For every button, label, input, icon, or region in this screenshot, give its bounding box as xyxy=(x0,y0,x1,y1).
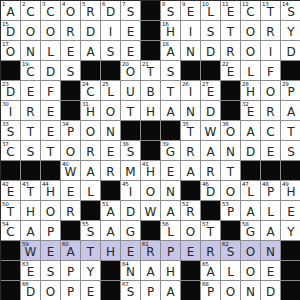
grid-cell[interactable]: 39G xyxy=(161,141,181,161)
grid-cell[interactable]: 65A xyxy=(201,261,221,281)
grid-cell[interactable]: 14S xyxy=(281,1,300,21)
grid-cell[interactable]: A xyxy=(101,221,121,241)
cell-letter: C xyxy=(21,6,40,19)
grid-cell[interactable]: L xyxy=(41,41,61,61)
grid-cell[interactable]: E xyxy=(61,41,81,61)
cell-letter: N xyxy=(161,186,180,199)
cell-letter: C xyxy=(261,126,280,139)
grid-cell[interactable]: 42E xyxy=(1,181,21,201)
grid-cell[interactable]: T xyxy=(161,81,181,101)
grid-cell[interactable]: 31H xyxy=(81,101,101,121)
grid-cell[interactable]: D xyxy=(261,281,281,300)
grid-cell[interactable]: O xyxy=(241,41,261,61)
grid-cell[interactable]: 68P xyxy=(201,281,221,300)
grid-cell[interactable]: N xyxy=(241,281,261,300)
grid-cell[interactable]: P xyxy=(61,261,81,281)
cell-letter: S xyxy=(221,246,240,259)
grid-cell[interactable]: 2C xyxy=(21,1,41,21)
grid-cell[interactable]: T xyxy=(221,21,241,41)
cell-letter: G xyxy=(241,226,260,239)
grid-cell[interactable]: A xyxy=(201,141,221,161)
cell-letter: S xyxy=(61,66,80,79)
black-cell xyxy=(161,121,181,141)
cell-letter: A xyxy=(141,266,160,279)
cell-letter: W xyxy=(201,126,220,139)
cell-letter: O xyxy=(1,46,20,59)
grid-cell[interactable]: E xyxy=(61,181,81,201)
grid-cell[interactable]: 19C xyxy=(21,61,41,81)
grid-cell[interactable]: P xyxy=(141,281,161,300)
cell-letter: R xyxy=(101,166,120,179)
cell-letter: O xyxy=(181,226,200,239)
grid-cell[interactable]: R xyxy=(61,21,81,41)
cell-letter: O xyxy=(221,126,240,139)
grid-cell[interactable]: Y xyxy=(81,261,101,281)
grid-cell[interactable]: R xyxy=(101,161,121,181)
cell-letter: R xyxy=(21,106,40,119)
grid-cell[interactable]: 48P xyxy=(261,181,281,201)
black-cell xyxy=(141,41,161,61)
grid-cell[interactable]: A xyxy=(81,41,101,61)
grid-cell[interactable]: D xyxy=(81,21,101,41)
grid-cell[interactable]: 15D xyxy=(1,21,21,41)
cell-letter: D xyxy=(1,26,20,39)
cell-letter: T xyxy=(121,106,140,119)
grid-cell[interactable]: 16H xyxy=(161,21,181,41)
grid-cell[interactable]: W xyxy=(141,201,161,221)
grid-cell[interactable]: S xyxy=(201,21,221,41)
highlighted-theme-cell[interactable]: H xyxy=(101,241,121,261)
grid-cell[interactable]: 55S xyxy=(81,221,101,241)
grid-cell[interactable]: 21T xyxy=(141,61,161,81)
grid-cell[interactable]: 43T xyxy=(21,181,41,201)
grid-cell[interactable]: 17O xyxy=(1,41,21,61)
cell-letter: A xyxy=(161,106,180,119)
grid-cell[interactable]: 24C xyxy=(81,81,101,101)
cell-letter: O xyxy=(241,246,260,259)
grid-cell[interactable]: 28H xyxy=(241,81,261,101)
grid-cell[interactable]: L xyxy=(261,201,281,221)
grid-cell[interactable]: 4O xyxy=(61,1,81,21)
cell-letter: T xyxy=(281,126,300,139)
cell-letter: S xyxy=(81,226,100,239)
cell-letter: H xyxy=(241,86,260,99)
cell-letter: R xyxy=(201,166,220,179)
cell-letter: N xyxy=(21,46,40,59)
cell-letter: T xyxy=(1,206,20,219)
grid-cell[interactable]: 34P xyxy=(61,121,81,141)
cell-letter: O xyxy=(81,126,100,139)
grid-cell[interactable]: S xyxy=(281,141,300,161)
black-cell xyxy=(181,281,201,300)
grid-cell[interactable]: O xyxy=(41,281,61,300)
grid-cell[interactable]: T xyxy=(221,161,241,181)
black-cell xyxy=(281,241,300,261)
cell-letter: H xyxy=(161,266,180,279)
cell-letter: E xyxy=(201,86,220,99)
cell-letter: R xyxy=(61,206,80,219)
grid-cell[interactable]: A xyxy=(241,121,261,141)
grid-cell[interactable]: N xyxy=(221,141,241,161)
grid-cell[interactable]: E xyxy=(41,121,61,141)
cell-letter: C xyxy=(21,66,40,79)
cell-letter: E xyxy=(81,286,100,299)
grid-cell[interactable]: A xyxy=(181,161,201,181)
cell-letter: I xyxy=(181,26,200,39)
cell-letter: R xyxy=(81,146,100,159)
cell-letter: E xyxy=(41,126,60,139)
grid-cell[interactable]: 1A xyxy=(1,1,21,21)
highlighted-theme-cell[interactable]: O xyxy=(241,241,261,261)
highlighted-theme-cell[interactable]: T xyxy=(81,241,101,261)
grid-cell[interactable]: Y xyxy=(281,21,300,41)
grid-cell[interactable]: 36O xyxy=(221,121,241,141)
black-cell xyxy=(1,261,21,281)
cell-letter: O xyxy=(41,286,60,299)
grid-cell[interactable]: N xyxy=(181,41,201,61)
grid-cell[interactable]: R xyxy=(221,41,241,61)
cell-letter: S xyxy=(121,286,140,299)
grid-cell[interactable]: 56L xyxy=(161,221,181,241)
grid-cell[interactable]: 29P xyxy=(281,81,300,101)
cell-letter: A xyxy=(81,166,100,179)
highlighted-theme-cell[interactable]: 62S xyxy=(221,241,241,261)
black-cell xyxy=(181,181,201,201)
grid-cell[interactable]: O xyxy=(221,281,241,300)
grid-cell[interactable]: S xyxy=(101,41,121,61)
cell-letter: L xyxy=(241,66,260,79)
grid-cell[interactable]: R xyxy=(81,141,101,161)
cell-letter: R xyxy=(61,26,80,39)
grid-cell[interactable]: 7S xyxy=(121,1,141,21)
cell-letter: F xyxy=(41,86,60,99)
grid-cell[interactable]: 64N xyxy=(121,261,141,281)
cell-letter: O xyxy=(241,46,260,59)
grid-cell[interactable]: S xyxy=(161,61,181,81)
cell-letter: L xyxy=(101,86,120,99)
grid-cell[interactable]: H xyxy=(141,101,161,121)
grid-cell[interactable]: N xyxy=(161,181,181,201)
grid-cell[interactable]: N xyxy=(101,121,121,141)
cell-letter: Y xyxy=(281,226,300,239)
grid-cell[interactable]: O xyxy=(221,181,241,201)
cell-letter: F xyxy=(261,66,280,79)
grid-cell[interactable]: A xyxy=(261,221,281,241)
grid-cell[interactable]: 13T xyxy=(261,1,281,21)
cell-letter: H xyxy=(281,186,300,199)
grid-cell[interactable]: S xyxy=(61,61,81,81)
cell-letter: W xyxy=(61,166,80,179)
grid-cell[interactable]: C xyxy=(261,121,281,141)
black-cell xyxy=(61,101,81,121)
cell-letter: W xyxy=(141,206,160,219)
grid-cell[interactable]: L xyxy=(221,261,241,281)
highlighted-theme-cell[interactable]: N xyxy=(261,241,281,261)
cell-letter: R xyxy=(261,106,280,119)
grid-cell[interactable]: I xyxy=(181,21,201,41)
grid-cell[interactable]: 58G xyxy=(241,221,261,241)
grid-cell[interactable]: H xyxy=(21,201,41,221)
highlighted-theme-cell[interactable]: 60A xyxy=(61,241,81,261)
grid-cell[interactable]: I xyxy=(101,21,121,41)
cell-letter: S xyxy=(281,6,300,19)
grid-cell[interactable]: O xyxy=(41,201,61,221)
cell-letter: D xyxy=(201,46,220,59)
grid-cell[interactable]: 57T xyxy=(201,221,221,241)
cell-letter: S xyxy=(21,146,40,159)
grid-cell[interactable]: A xyxy=(281,101,300,121)
grid-cell[interactable]: M xyxy=(121,161,141,181)
grid-cell[interactable]: 18A xyxy=(161,41,181,61)
grid-cell[interactable]: 26I xyxy=(181,81,201,101)
grid-cell[interactable]: A xyxy=(241,201,261,221)
grid-cell[interactable]: T xyxy=(281,121,300,141)
grid-cell[interactable]: O xyxy=(41,21,61,41)
grid-cell[interactable]: 20O xyxy=(121,61,141,81)
cell-letter: N xyxy=(221,146,240,159)
grid-cell[interactable]: 44H xyxy=(41,181,61,201)
grid-cell[interactable]: S xyxy=(41,261,61,281)
black-cell xyxy=(201,61,221,81)
cell-letter: S xyxy=(121,6,140,19)
grid-cell[interactable]: A xyxy=(161,101,181,121)
grid-cell[interactable]: A xyxy=(21,221,41,241)
grid-cell[interactable]: D xyxy=(201,101,221,121)
grid-cell[interactable]: A xyxy=(161,281,181,300)
grid-cell[interactable]: 12C xyxy=(241,1,261,21)
grid-cell[interactable]: N xyxy=(21,41,41,61)
cell-letter: C xyxy=(241,6,260,19)
grid-cell[interactable]: 35T xyxy=(181,121,201,141)
highlighted-theme-cell[interactable]: R xyxy=(201,241,221,261)
grid-cell[interactable]: E xyxy=(161,161,181,181)
cell-letter: D xyxy=(201,106,220,119)
cell-letter: E xyxy=(161,166,180,179)
grid-cell[interactable]: R xyxy=(181,141,201,161)
cell-letter: H xyxy=(141,166,160,179)
grid-cell[interactable]: A xyxy=(141,261,161,281)
grid-cell[interactable]: 27E xyxy=(201,81,221,101)
black-cell xyxy=(41,161,61,181)
grid-cell[interactable]: 6D xyxy=(101,1,121,21)
cell-letter: H xyxy=(81,106,100,119)
cell-letter: N xyxy=(261,246,280,259)
cell-letter: E xyxy=(61,46,80,59)
grid-cell[interactable]: N xyxy=(181,101,201,121)
highlighted-theme-cell[interactable]: E xyxy=(121,241,141,261)
grid-cell[interactable]: 32E xyxy=(241,101,261,121)
cell-letter: L xyxy=(261,206,280,219)
grid-cell[interactable]: E xyxy=(81,281,101,300)
black-cell xyxy=(141,121,161,141)
grid-cell[interactable]: R xyxy=(61,201,81,221)
grid-cell[interactable]: 33S xyxy=(1,121,21,141)
highlighted-theme-cell[interactable]: 61R xyxy=(141,241,161,261)
cell-letter: N xyxy=(101,126,120,139)
cell-letter: T xyxy=(201,226,220,239)
grid-cell[interactable]: R xyxy=(261,101,281,121)
black-cell xyxy=(221,101,241,121)
cell-letter: O xyxy=(61,146,80,159)
grid-cell[interactable]: P xyxy=(61,281,81,300)
grid-cell[interactable]: O xyxy=(261,81,281,101)
grid-cell[interactable]: 50T xyxy=(1,201,21,221)
cell-letter: P xyxy=(281,86,300,99)
grid-cell[interactable]: 45I xyxy=(121,181,141,201)
cell-letter: P xyxy=(61,266,80,279)
grid-cell[interactable]: R xyxy=(261,21,281,41)
cell-letter: M xyxy=(121,166,140,179)
cell-letter: E xyxy=(41,246,60,259)
grid-cell[interactable]: 53P xyxy=(221,201,241,221)
grid-cell[interactable]: P xyxy=(41,221,61,241)
grid-cell[interactable]: L xyxy=(241,61,261,81)
grid-cell[interactable]: 25L xyxy=(101,81,121,101)
cell-letter: U xyxy=(121,86,140,99)
grid-cell[interactable]: E xyxy=(281,201,300,221)
grid-cell[interactable]: E xyxy=(121,21,141,41)
grid-cell[interactable]: E xyxy=(21,81,41,101)
highlighted-theme-cell[interactable]: E xyxy=(41,241,61,261)
grid-cell[interactable]: A xyxy=(81,161,101,181)
grid-cell[interactable]: 52R xyxy=(181,201,201,221)
grid-cell[interactable]: F xyxy=(261,61,281,81)
grid-cell[interactable]: E xyxy=(261,261,281,281)
black-cell xyxy=(1,161,21,181)
black-cell xyxy=(61,221,81,241)
grid-cell[interactable]: D xyxy=(281,41,300,61)
grid-cell[interactable]: B xyxy=(141,81,161,101)
grid-cell[interactable]: R xyxy=(21,101,41,121)
cell-letter: O xyxy=(261,86,280,99)
cell-letter: D xyxy=(41,66,60,79)
grid-cell[interactable]: 66D xyxy=(21,281,41,300)
highlighted-theme-cell[interactable]: E xyxy=(181,241,201,261)
grid-cell[interactable]: 8S xyxy=(161,1,181,21)
grid-cell[interactable]: 22E xyxy=(221,61,241,81)
grid-cell[interactable]: O xyxy=(181,221,201,241)
grid-cell[interactable]: E xyxy=(121,41,141,61)
grid-cell[interactable]: E xyxy=(261,141,281,161)
grid-cell[interactable]: O xyxy=(241,21,261,41)
cell-letter: O xyxy=(241,26,260,39)
black-cell xyxy=(261,161,281,181)
cell-letter: E xyxy=(181,6,200,19)
black-cell xyxy=(201,201,221,221)
grid-cell[interactable]: T xyxy=(41,141,61,161)
cell-letter: W xyxy=(21,246,40,259)
grid-cell[interactable]: T xyxy=(121,101,141,121)
cell-letter: A xyxy=(61,246,80,259)
grid-cell[interactable]: 38S xyxy=(121,141,141,161)
grid-cell[interactable]: E xyxy=(101,141,121,161)
grid-cell[interactable]: O xyxy=(21,21,41,41)
cell-letter: D xyxy=(21,286,40,299)
cell-letter: I xyxy=(261,46,280,59)
grid-cell[interactable]: D xyxy=(241,141,261,161)
grid-cell[interactable]: 54C xyxy=(1,221,21,241)
grid-cell[interactable]: 30I xyxy=(1,101,21,121)
grid-cell[interactable]: 41H xyxy=(141,161,161,181)
grid-cell[interactable]: I xyxy=(261,41,281,61)
grid-cell[interactable]: 40W xyxy=(61,161,81,181)
cell-letter: A xyxy=(81,46,100,59)
cell-letter: A xyxy=(161,46,180,59)
cell-letter: R xyxy=(261,26,280,39)
black-cell xyxy=(101,261,121,281)
grid-cell[interactable]: U xyxy=(121,81,141,101)
grid-cell[interactable]: 11E xyxy=(221,1,241,21)
grid-cell[interactable]: O xyxy=(141,181,161,201)
highlighted-theme-cell[interactable]: 59W xyxy=(21,241,41,261)
grid-cell[interactable]: T xyxy=(21,121,41,141)
grid-cell[interactable]: G xyxy=(121,221,141,241)
cell-letter: O xyxy=(221,286,240,299)
grid-cell[interactable]: 9E xyxy=(181,1,201,21)
grid-cell[interactable]: O xyxy=(101,101,121,121)
cell-letter: E xyxy=(281,206,300,219)
grid-cell[interactable]: D xyxy=(41,61,61,81)
grid-cell[interactable]: O xyxy=(61,141,81,161)
highlighted-theme-cell[interactable]: P xyxy=(161,241,181,261)
cell-letter: E xyxy=(121,26,140,39)
cell-letter: O xyxy=(101,106,120,119)
grid-cell[interactable]: 3C xyxy=(41,1,61,21)
cell-letter: N xyxy=(241,286,260,299)
grid-cell[interactable]: D xyxy=(201,41,221,61)
cell-letter: P xyxy=(61,126,80,139)
grid-cell[interactable]: 37C xyxy=(1,141,21,161)
grid-cell[interactable]: 10L xyxy=(201,1,221,21)
grid-cell[interactable]: D xyxy=(121,201,141,221)
grid-cell[interactable]: H xyxy=(161,261,181,281)
grid-cell[interactable]: 67S xyxy=(121,281,141,300)
cell-letter: C xyxy=(81,86,100,99)
cell-letter: E xyxy=(21,266,40,279)
cell-letter: L xyxy=(221,266,240,279)
grid-cell[interactable]: S xyxy=(21,141,41,161)
grid-cell[interactable]: E xyxy=(41,101,61,121)
cell-letter: E xyxy=(121,246,140,259)
cell-letter: L xyxy=(241,186,260,199)
grid-cell[interactable]: 5R xyxy=(81,1,101,21)
grid-cell[interactable]: F xyxy=(41,81,61,101)
grid-cell[interactable]: O xyxy=(81,121,101,141)
grid-cell[interactable]: Y xyxy=(281,221,300,241)
cell-letter: E xyxy=(221,6,240,19)
grid-cell[interactable]: 51A xyxy=(101,201,121,221)
grid-cell[interactable]: A xyxy=(161,201,181,221)
grid-cell[interactable]: 47L xyxy=(241,181,261,201)
black-cell xyxy=(121,121,141,141)
grid-cell[interactable]: R xyxy=(201,161,221,181)
grid-cell[interactable]: 49H xyxy=(281,181,300,201)
grid-cell[interactable]: L xyxy=(81,181,101,201)
cell-letter: P xyxy=(161,246,180,259)
grid-cell[interactable]: 63E xyxy=(21,261,41,281)
black-cell xyxy=(181,61,201,81)
grid-cell[interactable]: W xyxy=(201,121,221,141)
cell-letter: E xyxy=(221,66,240,79)
cell-letter: E xyxy=(21,86,40,99)
grid-cell[interactable]: O xyxy=(241,261,261,281)
cell-letter: E xyxy=(241,106,260,119)
black-cell xyxy=(21,161,41,181)
grid-cell[interactable]: 23D xyxy=(1,81,21,101)
cell-letter: P xyxy=(201,286,220,299)
cell-letter: O xyxy=(121,66,140,79)
grid-cell[interactable]: 46D xyxy=(201,181,221,201)
